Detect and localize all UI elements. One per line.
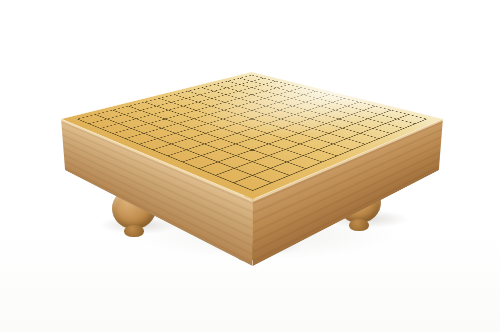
grid-cell xyxy=(149,119,179,128)
grid-cell xyxy=(119,119,149,128)
grid-cell xyxy=(347,133,378,144)
grid-cell xyxy=(206,128,237,138)
grid-cell xyxy=(158,133,189,144)
grid-cell xyxy=(385,119,415,128)
grid-cell xyxy=(154,144,187,156)
grid-cell xyxy=(204,139,236,150)
grid-cell xyxy=(373,124,403,134)
grid-cell xyxy=(113,128,144,138)
grid-cell xyxy=(252,156,286,169)
grid-cell xyxy=(89,119,119,128)
grid-cell xyxy=(303,150,337,162)
grid-cell xyxy=(144,128,175,138)
grid-cell xyxy=(219,144,252,156)
go-board xyxy=(61,72,443,200)
grid-cell xyxy=(168,150,202,162)
grid-cell xyxy=(237,128,268,138)
grid-cell xyxy=(333,139,365,150)
grid-cell xyxy=(175,128,206,138)
hoshi-dot xyxy=(249,149,255,151)
grid-cell xyxy=(269,150,303,162)
grid-cell xyxy=(131,124,161,134)
grid-cell xyxy=(101,124,131,134)
grid-cell xyxy=(234,175,271,190)
grid-cell xyxy=(285,144,318,156)
grid-cell xyxy=(126,133,157,144)
grid-cell xyxy=(208,119,238,128)
grid-cell xyxy=(284,133,315,144)
grid-cell xyxy=(199,162,234,175)
grid-cell xyxy=(397,115,426,124)
grid-cell xyxy=(216,168,252,182)
grid-cell xyxy=(268,139,300,150)
grid-cell xyxy=(267,119,297,128)
grid-cell xyxy=(162,124,192,134)
grid-cell xyxy=(236,139,268,150)
grid-cell xyxy=(235,162,270,175)
grid-cell xyxy=(178,119,208,128)
grid-cell xyxy=(287,156,321,169)
grid-cell xyxy=(298,128,329,138)
grid-cell xyxy=(356,119,386,128)
grid-cell xyxy=(315,133,346,144)
grid-cell xyxy=(343,124,373,134)
goban-photo xyxy=(0,0,500,332)
hoshi-dot xyxy=(161,118,167,120)
grid-cell xyxy=(268,128,299,138)
grid-cell xyxy=(326,119,356,128)
grid-cell xyxy=(235,150,269,162)
grid-cell xyxy=(270,162,305,175)
grid-cell xyxy=(192,124,222,134)
grid-cell xyxy=(312,124,342,134)
grid-cell xyxy=(329,128,360,138)
grid-cell xyxy=(189,133,220,144)
scene xyxy=(0,0,500,332)
grid-cell xyxy=(296,119,326,128)
grid-cell xyxy=(301,139,333,150)
grid-cell xyxy=(252,144,285,156)
hoshi-dot xyxy=(249,118,255,120)
grid-cell xyxy=(140,139,172,150)
grid-cell xyxy=(221,133,252,144)
grid-cell xyxy=(252,168,288,182)
grid-cell xyxy=(172,139,204,150)
grid-cell xyxy=(237,119,267,128)
hoshi-dot xyxy=(337,118,343,120)
grid-cell xyxy=(186,144,219,156)
grid-cell xyxy=(202,150,236,162)
grid-cell xyxy=(360,128,391,138)
grid-cell xyxy=(218,156,252,169)
grid-cell xyxy=(183,156,217,169)
grid-cell xyxy=(222,124,252,134)
grid-cell xyxy=(282,124,312,134)
grid-cell xyxy=(318,144,351,156)
grid-cell xyxy=(252,133,283,144)
grid-cell xyxy=(252,124,282,134)
